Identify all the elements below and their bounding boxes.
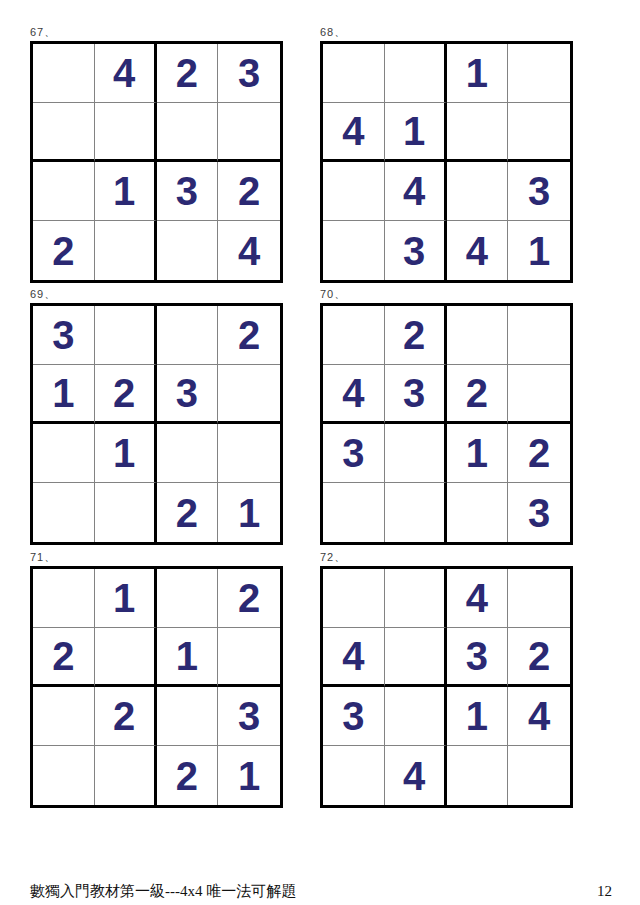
sudoku-cell-empty [95, 221, 157, 280]
sudoku-cell-empty [508, 746, 570, 805]
sudoku-cell-empty [323, 483, 385, 542]
puzzle-label: 67、 [30, 25, 283, 39]
sudoku-cell-empty [508, 44, 570, 103]
sudoku-cell-empty [33, 162, 95, 221]
sudoku-cell-empty [508, 365, 570, 424]
sudoku-cell-given: 4 [447, 221, 509, 280]
sudoku-cell-given: 3 [323, 424, 385, 483]
sudoku-board-70: 24323123 [320, 303, 573, 545]
puzzle-67: 67、 42313224 [30, 25, 283, 283]
sudoku-cell-given: 3 [385, 221, 447, 280]
sudoku-cell-given: 3 [218, 687, 280, 746]
sudoku-cell-empty [323, 746, 385, 805]
sudoku-cell-given: 3 [323, 687, 385, 746]
sudoku-cell-given: 2 [447, 365, 509, 424]
sudoku-cell-given: 3 [385, 365, 447, 424]
sudoku-cell-empty [218, 103, 280, 162]
sudoku-cell-empty [447, 483, 509, 542]
sudoku-cell-empty [323, 569, 385, 628]
puzzle-label: 68、 [320, 25, 573, 39]
sudoku-cell-given: 4 [385, 746, 447, 805]
puzzle-72: 72、 44323144 [320, 550, 573, 808]
sudoku-cell-empty [323, 221, 385, 280]
sudoku-cell-empty [218, 365, 280, 424]
sudoku-board-72: 44323144 [320, 566, 573, 808]
sudoku-cell-given: 2 [95, 365, 157, 424]
sudoku-cell-empty [447, 306, 509, 365]
sudoku-cell-given: 4 [323, 103, 385, 162]
sudoku-cell-empty [157, 103, 219, 162]
sudoku-cell-empty [95, 103, 157, 162]
sudoku-board-71: 12212321 [30, 566, 283, 808]
sudoku-cell-empty [33, 569, 95, 628]
document-page: 67、 42313224 68、 14143341 69、 32123121 7… [0, 0, 640, 905]
sudoku-cell-given: 3 [157, 162, 219, 221]
sudoku-cell-empty [385, 44, 447, 103]
sudoku-cell-given: 1 [385, 103, 447, 162]
sudoku-cell-given: 2 [157, 483, 219, 542]
puzzle-68: 68、 14143341 [320, 25, 573, 283]
sudoku-cell-empty [508, 306, 570, 365]
sudoku-cell-given: 1 [218, 746, 280, 805]
sudoku-cell-given: 4 [508, 687, 570, 746]
sudoku-cell-given: 3 [508, 483, 570, 542]
sudoku-cell-empty [385, 687, 447, 746]
sudoku-cell-empty [447, 162, 509, 221]
sudoku-cell-empty [157, 221, 219, 280]
sudoku-board-67: 42313224 [30, 41, 283, 283]
sudoku-cell-empty [385, 569, 447, 628]
page-footer: 數獨入門教材第一級---4x4 唯一法可解題 12 [30, 882, 612, 901]
sudoku-cell-empty [33, 483, 95, 542]
sudoku-cell-empty [33, 44, 95, 103]
footer-title: 數獨入門教材第一級---4x4 唯一法可解題 [30, 882, 296, 901]
sudoku-cell-empty [385, 628, 447, 687]
sudoku-cell-given: 2 [218, 569, 280, 628]
sudoku-cell-empty [95, 483, 157, 542]
puzzle-label: 69、 [30, 287, 283, 301]
sudoku-cell-given: 2 [508, 628, 570, 687]
puzzle-70: 70、 24323123 [320, 287, 573, 545]
puzzle-69: 69、 32123121 [30, 287, 283, 545]
sudoku-cell-given: 1 [447, 424, 509, 483]
sudoku-cell-given: 4 [323, 628, 385, 687]
sudoku-cell-given: 4 [447, 569, 509, 628]
sudoku-cell-empty [218, 424, 280, 483]
puzzle-label: 70、 [320, 287, 573, 301]
sudoku-cell-given: 2 [508, 424, 570, 483]
sudoku-cell-given: 2 [218, 306, 280, 365]
sudoku-cell-empty [447, 103, 509, 162]
sudoku-cell-empty [508, 569, 570, 628]
sudoku-cell-empty [95, 746, 157, 805]
puzzle-label: 71、 [30, 550, 283, 564]
sudoku-cell-given: 3 [447, 628, 509, 687]
sudoku-cell-given: 3 [218, 44, 280, 103]
sudoku-cell-empty [323, 44, 385, 103]
sudoku-cell-empty [157, 569, 219, 628]
sudoku-cell-empty [508, 103, 570, 162]
sudoku-cell-given: 1 [447, 44, 509, 103]
sudoku-cell-empty [447, 746, 509, 805]
sudoku-cell-given: 3 [508, 162, 570, 221]
sudoku-cell-given: 2 [33, 221, 95, 280]
sudoku-cell-empty [157, 687, 219, 746]
sudoku-cell-empty [33, 687, 95, 746]
sudoku-cell-given: 2 [157, 746, 219, 805]
sudoku-cell-given: 1 [447, 687, 509, 746]
sudoku-cell-given: 1 [218, 483, 280, 542]
sudoku-cell-given: 4 [95, 44, 157, 103]
sudoku-board-69: 32123121 [30, 303, 283, 545]
sudoku-cell-given: 2 [157, 44, 219, 103]
sudoku-cell-given: 1 [33, 365, 95, 424]
sudoku-cell-given: 2 [33, 628, 95, 687]
sudoku-cell-empty [157, 306, 219, 365]
sudoku-cell-empty [95, 628, 157, 687]
page-number: 12 [597, 883, 612, 900]
sudoku-board-68: 14143341 [320, 41, 573, 283]
sudoku-cell-empty [218, 628, 280, 687]
puzzle-71: 71、 12212321 [30, 550, 283, 808]
sudoku-cell-given: 3 [33, 306, 95, 365]
sudoku-cell-empty [323, 306, 385, 365]
sudoku-cell-empty [385, 424, 447, 483]
sudoku-cell-given: 4 [323, 365, 385, 424]
sudoku-cell-given: 2 [95, 687, 157, 746]
sudoku-cell-empty [323, 162, 385, 221]
sudoku-cell-empty [33, 103, 95, 162]
sudoku-cell-given: 3 [157, 365, 219, 424]
sudoku-cell-given: 4 [218, 221, 280, 280]
sudoku-cell-given: 2 [218, 162, 280, 221]
sudoku-cell-empty [385, 483, 447, 542]
sudoku-cell-empty [33, 746, 95, 805]
puzzle-label: 72、 [320, 550, 573, 564]
sudoku-cell-given: 1 [157, 628, 219, 687]
sudoku-cell-given: 2 [385, 306, 447, 365]
sudoku-cell-given: 1 [95, 424, 157, 483]
sudoku-cell-empty [95, 306, 157, 365]
sudoku-cell-given: 1 [95, 162, 157, 221]
sudoku-cell-empty [33, 424, 95, 483]
sudoku-cell-given: 1 [508, 221, 570, 280]
sudoku-cell-empty [157, 424, 219, 483]
sudoku-cell-given: 4 [385, 162, 447, 221]
sudoku-cell-given: 1 [95, 569, 157, 628]
